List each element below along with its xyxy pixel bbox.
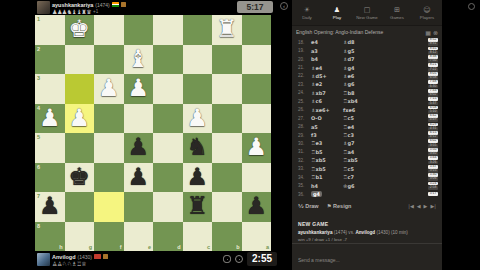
move-row[interactable]: 33.♖xb5♖c55:373:15 bbox=[292, 165, 442, 173]
move-number: 18. bbox=[298, 40, 311, 45]
square-d5[interactable] bbox=[153, 133, 183, 163]
square-e2[interactable]: ♝ bbox=[124, 45, 154, 75]
top-player-bar: ayushkankariya (1474) ♟♟♟♞♝♝♜♛ +1 5:17 bbox=[35, 0, 275, 15]
square-a3[interactable] bbox=[242, 74, 272, 104]
rank-label: 3 bbox=[37, 75, 40, 81]
square-g3[interactable] bbox=[65, 74, 95, 104]
square-b6[interactable] bbox=[212, 163, 242, 193]
country-flag-icon bbox=[94, 254, 101, 259]
move-times: 6:424:49 bbox=[428, 114, 438, 122]
first-move-icon[interactable]: |◀ bbox=[408, 203, 414, 209]
square-f3[interactable]: ♟ bbox=[94, 74, 124, 104]
white-move: b4 bbox=[311, 56, 343, 62]
rank-label: 1 bbox=[37, 16, 40, 22]
black-pawn-a7[interactable]: ♟ bbox=[242, 192, 272, 222]
rank-label: 8 bbox=[37, 223, 40, 229]
opening-name: English Opening: Anglo-Indian Defense bbox=[296, 29, 423, 35]
square-f8[interactable]: f bbox=[94, 222, 124, 252]
half-point-icon: ½ bbox=[298, 203, 304, 209]
file-label: c bbox=[207, 244, 210, 250]
move-row[interactable]: 27.O-O♖c56:424:49 bbox=[292, 114, 442, 122]
white-move: g4 bbox=[311, 191, 343, 197]
white-bishop-e2[interactable]: ♝ bbox=[124, 45, 154, 75]
white-move: e4 bbox=[311, 39, 343, 45]
tab-play[interactable]: ♟ Play bbox=[322, 0, 352, 25]
tab-players[interactable]: ☺ Players bbox=[412, 0, 442, 25]
move-row[interactable]: 30.♖e3♗g76:023:55 bbox=[292, 139, 442, 147]
white-rook-b1[interactable]: ♜ bbox=[212, 15, 242, 45]
square-b3[interactable] bbox=[212, 74, 242, 104]
grid-icon: ⊞ bbox=[394, 6, 400, 14]
black-pawn-h7[interactable]: ♟ bbox=[35, 192, 65, 222]
square-e5[interactable]: ♟ bbox=[124, 133, 154, 163]
black-move: ♗e6 bbox=[343, 73, 379, 79]
square-e3[interactable]: ♟ bbox=[124, 74, 154, 104]
move-number: 24. bbox=[298, 90, 311, 95]
square-a6[interactable] bbox=[242, 163, 272, 193]
sidebar: ☀ Daily ♟ Play □ New Game ⊞ Games ☺ Play… bbox=[292, 0, 442, 270]
bottom-player-bar: Anvilogd (1430) ♙♙♘♘♗♖♕ 2:55 bbox=[35, 252, 275, 267]
white-move: f3 bbox=[311, 132, 343, 138]
chat-row bbox=[292, 243, 442, 266]
square-d2[interactable] bbox=[153, 45, 183, 75]
square-e6[interactable]: ♟ bbox=[124, 163, 154, 193]
resign-button[interactable]: ⚑ Resign bbox=[327, 203, 352, 209]
membership-badge-icon bbox=[121, 2, 126, 7]
next-move-icon[interactable]: ▶ bbox=[424, 203, 428, 209]
sidebar-tabs: ☀ Daily ♟ Play □ New Game ⊞ Games ☺ Play… bbox=[292, 0, 442, 26]
new-game-matchup: ayushkankariya (1474) vs. Anvilogd (1430… bbox=[298, 230, 436, 235]
black-move: ♖b8 bbox=[343, 90, 379, 96]
square-c6[interactable]: ♟ bbox=[183, 163, 213, 193]
square-h2[interactable]: 2 bbox=[35, 45, 65, 75]
square-c4[interactable]: ♟ bbox=[183, 104, 213, 134]
white-king-g1[interactable]: ♚ bbox=[65, 15, 95, 45]
move-times: 5:17 bbox=[428, 192, 438, 196]
square-h7[interactable]: 7♟ bbox=[35, 192, 65, 222]
chat-input[interactable] bbox=[298, 257, 428, 263]
file-label: g bbox=[89, 244, 92, 250]
square-g2[interactable] bbox=[65, 45, 95, 75]
move-list: 18.e4♗d88:528:3119.a3♗g58:458:1220.b4♗d7… bbox=[292, 38, 442, 199]
move-row[interactable]: 36.g45:17 bbox=[292, 190, 442, 198]
move-row[interactable]: 23.♗e2♗g67:486:30 bbox=[292, 80, 442, 88]
white-move: h4 bbox=[311, 183, 343, 189]
rank-label: 6 bbox=[37, 164, 40, 170]
square-c5[interactable]: ♞ bbox=[183, 133, 213, 163]
file-label: b bbox=[236, 244, 239, 250]
square-e4[interactable] bbox=[124, 104, 154, 134]
move-row[interactable]: 19.a3♗g58:458:12 bbox=[292, 46, 442, 54]
square-a1[interactable] bbox=[242, 15, 272, 45]
square-f1[interactable] bbox=[94, 15, 124, 45]
white-pawn-f3[interactable]: ♟ bbox=[94, 74, 124, 104]
sun-icon: ☀ bbox=[304, 6, 310, 14]
square-g8[interactable]: g bbox=[65, 222, 95, 252]
membership-badge-icon bbox=[103, 254, 108, 259]
white-move: ♖xb5 bbox=[311, 166, 343, 172]
file-label: h bbox=[59, 244, 62, 250]
black-clock: 2:55 bbox=[247, 252, 277, 266]
file-label: d bbox=[177, 244, 180, 250]
square-a8[interactable]: a bbox=[242, 222, 272, 252]
move-number: 30. bbox=[298, 141, 311, 146]
rating-odds: win +9 / draw +1 / lose -7 bbox=[298, 237, 436, 242]
game-actions: ½ Draw ⚑ Resign |◀ ◀ ▶ ▶| bbox=[292, 199, 442, 213]
move-row[interactable]: 22.♗d5+♗e68:056:58 bbox=[292, 72, 442, 80]
white-move: ♖b1 bbox=[311, 174, 343, 180]
square-d3[interactable] bbox=[153, 74, 183, 104]
square-e1[interactable] bbox=[124, 15, 154, 45]
square-f6[interactable] bbox=[94, 163, 124, 193]
file-label: e bbox=[148, 244, 151, 250]
square-g6[interactable]: ♚ bbox=[65, 163, 95, 193]
white-pawn-c4[interactable]: ♟ bbox=[183, 104, 213, 134]
tab-games[interactable]: ⊞ Games bbox=[382, 0, 412, 25]
white-move: ♖b5 bbox=[311, 149, 343, 155]
white-clock: 5:17 bbox=[237, 1, 273, 13]
white-move: ♖e3 bbox=[311, 140, 343, 146]
move-row[interactable]: 29.f3♖c36:154:12 bbox=[292, 131, 442, 139]
square-f4[interactable] bbox=[94, 104, 124, 134]
material-score: +1 bbox=[93, 9, 98, 14]
black-move: ♗g5 bbox=[343, 48, 379, 54]
white-move: ♗e2 bbox=[311, 81, 343, 87]
white-move: a3 bbox=[311, 48, 343, 54]
black-move: ♖c3 bbox=[343, 132, 379, 138]
black-move: ♔g6 bbox=[343, 183, 379, 189]
captured-pieces: ♟♟♟♞♝♝♜♛ bbox=[52, 8, 91, 15]
square-e7[interactable] bbox=[124, 192, 154, 222]
focus-mode-icon[interactable] bbox=[235, 255, 243, 263]
white-pawn-e3[interactable]: ♟ bbox=[124, 74, 154, 104]
square-g5[interactable] bbox=[65, 133, 95, 163]
square-d1[interactable] bbox=[153, 15, 183, 45]
last-move-icon[interactable]: ▶| bbox=[430, 203, 436, 209]
file-label: f bbox=[120, 244, 122, 250]
prev-move-icon[interactable]: ◀ bbox=[417, 203, 421, 209]
pawn-icon: ♟ bbox=[334, 6, 340, 14]
square-c2[interactable] bbox=[183, 45, 213, 75]
move-number: 19. bbox=[298, 48, 311, 53]
square-a5[interactable]: ♟ bbox=[242, 133, 272, 163]
square-a4[interactable] bbox=[242, 104, 272, 134]
move-number: 21. bbox=[298, 65, 311, 70]
move-number: 31. bbox=[298, 149, 311, 154]
black-move: ♖a4 bbox=[343, 149, 379, 155]
square-d8[interactable]: d bbox=[153, 222, 183, 252]
black-move: ♗d7 bbox=[343, 56, 379, 62]
move-number: 35. bbox=[298, 183, 311, 188]
move-row[interactable]: 28.a5♖e46:294:31 bbox=[292, 122, 442, 130]
collapse-sidebar-icon[interactable]: ‹ bbox=[280, 2, 288, 10]
square-a2[interactable] bbox=[242, 45, 272, 75]
captured-pieces: ♙♙♘♘♗♖♕ bbox=[52, 260, 86, 267]
white-pawn-g4[interactable]: ♟ bbox=[65, 104, 95, 134]
square-c3[interactable] bbox=[183, 74, 213, 104]
square-d6[interactable] bbox=[153, 163, 183, 193]
draw-button[interactable]: ½ Draw bbox=[298, 203, 319, 209]
black-knight-c5[interactable]: ♞ bbox=[183, 133, 213, 163]
white-move: ♗c6 bbox=[311, 98, 343, 104]
move-number: 25. bbox=[298, 99, 311, 104]
black-pawn-e5[interactable]: ♟ bbox=[124, 133, 154, 163]
chat-bubble-icon[interactable] bbox=[223, 255, 231, 263]
avatar[interactable] bbox=[37, 1, 50, 14]
black-move: ♖c5 bbox=[343, 166, 379, 172]
square-b4[interactable] bbox=[212, 104, 242, 134]
move-number: 23. bbox=[298, 82, 311, 87]
move-number: 20. bbox=[298, 57, 311, 62]
square-b7[interactable] bbox=[212, 192, 242, 222]
white-move: ♗xe6+ bbox=[311, 107, 343, 113]
black-move: ♗g6 bbox=[343, 81, 379, 87]
move-row[interactable]: 32.♖xb5♖xb55:443:26 bbox=[292, 156, 442, 164]
close-icon[interactable]: ⊗ bbox=[433, 29, 438, 36]
flag-icon: ⚑ bbox=[327, 203, 332, 209]
white-move: a5 bbox=[311, 124, 343, 130]
black-rook-c7[interactable]: ♜ bbox=[183, 192, 213, 222]
square-h5[interactable]: 5 bbox=[35, 133, 65, 163]
move-number: 32. bbox=[298, 158, 311, 163]
black-move: ♖xb4 bbox=[343, 98, 379, 104]
board-icon: □ bbox=[364, 6, 371, 14]
black-move: ♖xb5 bbox=[343, 157, 379, 163]
white-move: ♗xb7 bbox=[311, 90, 343, 96]
square-h6[interactable]: 6 bbox=[35, 163, 65, 193]
move-navigation: |◀ ◀ ▶ ▶| bbox=[408, 203, 436, 209]
move-number: 29. bbox=[298, 133, 311, 138]
move-row[interactable]: 21.♗e4♗g48:217:22 bbox=[292, 63, 442, 71]
square-g1[interactable]: ♚ bbox=[65, 15, 95, 45]
black-move: ♗g7 bbox=[343, 140, 379, 146]
white-time: 5:17 bbox=[428, 192, 438, 196]
book-icon[interactable]: ▦ bbox=[425, 29, 431, 36]
country-flag-icon bbox=[112, 2, 119, 7]
square-e8[interactable]: e bbox=[124, 222, 154, 252]
square-f2[interactable] bbox=[94, 45, 124, 75]
black-king-g6[interactable]: ♚ bbox=[65, 163, 95, 193]
tab-new-game[interactable]: □ New Game bbox=[352, 0, 382, 25]
rank-label: 5 bbox=[37, 134, 40, 140]
square-h4[interactable]: 4♟ bbox=[35, 104, 65, 134]
white-move: O-O bbox=[311, 115, 343, 121]
square-f7[interactable] bbox=[94, 192, 124, 222]
black-move: ♖c7 bbox=[343, 174, 379, 180]
move-row[interactable]: 35.h4♔g65:242:58 bbox=[292, 181, 442, 189]
avatar[interactable] bbox=[37, 253, 50, 266]
settings-icon[interactable] bbox=[468, 3, 475, 10]
square-g7[interactable] bbox=[65, 192, 95, 222]
white-move: ♖xb5 bbox=[311, 157, 343, 163]
white-move: ♗e4 bbox=[311, 65, 343, 71]
player-name[interactable]: ayushkankariya bbox=[52, 2, 93, 8]
square-g4[interactable]: ♟ bbox=[65, 104, 95, 134]
square-b2[interactable] bbox=[212, 45, 242, 75]
move-number: 28. bbox=[298, 124, 311, 129]
move-number: 27. bbox=[298, 116, 311, 121]
square-d7[interactable] bbox=[153, 192, 183, 222]
square-c1[interactable] bbox=[183, 15, 213, 45]
move-row[interactable]: 25.♗c6♖xb47:155:37 bbox=[292, 97, 442, 105]
player-rating: (1430) bbox=[78, 254, 92, 260]
file-label: a bbox=[266, 244, 269, 250]
move-row[interactable]: 31.♖b5♖a45:503:40 bbox=[292, 148, 442, 156]
black-pawn-e6[interactable]: ♟ bbox=[124, 163, 154, 193]
new-game-panel: NEW GAME ayushkankariya (1474) vs. Anvil… bbox=[292, 217, 442, 246]
move-times: 5:242:58 bbox=[428, 182, 438, 190]
chess-board[interactable]: 1♚♜2♝3♟♟4♟♟♟5♟♞♟6♚♟♟7♟♜♟8hgfedcba bbox=[35, 15, 271, 251]
square-h3[interactable]: 3 bbox=[35, 74, 65, 104]
square-d4[interactable] bbox=[153, 104, 183, 134]
square-c7[interactable]: ♜ bbox=[183, 192, 213, 222]
player-name[interactable]: Anvilogd bbox=[52, 254, 76, 260]
black-time: 2:58 bbox=[428, 186, 438, 190]
rank-label: 2 bbox=[37, 46, 40, 52]
black-move: fxe6 bbox=[343, 107, 379, 113]
square-c8[interactable]: c bbox=[183, 222, 213, 252]
white-move: ♗d5+ bbox=[311, 73, 343, 79]
move-number: 22. bbox=[298, 73, 311, 78]
move-number: 34. bbox=[298, 175, 311, 180]
move-row[interactable]: 34.♖b1♖c75:303:06 bbox=[292, 173, 442, 181]
square-a7[interactable]: ♟ bbox=[242, 192, 272, 222]
move-row[interactable]: 20.b4♗d78:387:50 bbox=[292, 55, 442, 63]
square-f5[interactable] bbox=[94, 133, 124, 163]
move-number: 33. bbox=[298, 166, 311, 171]
square-h8[interactable]: 8h bbox=[35, 222, 65, 252]
black-move: ♗g4 bbox=[343, 65, 379, 71]
white-pawn-a5[interactable]: ♟ bbox=[242, 133, 272, 163]
move-number: 36. bbox=[298, 192, 311, 197]
move-row[interactable]: 24.♗xb7♖b87:336:02 bbox=[292, 89, 442, 97]
black-move: ♗d8 bbox=[343, 39, 379, 45]
black-move: ♖c5 bbox=[343, 115, 379, 121]
move-row[interactable]: 18.e4♗d88:528:31 bbox=[292, 38, 442, 46]
tab-daily[interactable]: ☀ Daily bbox=[292, 0, 322, 25]
new-game-title: NEW GAME bbox=[298, 221, 436, 227]
black-pawn-c6[interactable]: ♟ bbox=[183, 163, 213, 193]
move-number: 26. bbox=[298, 107, 311, 112]
move-row[interactable]: 26.♗xe6+fxe66:585:10 bbox=[292, 106, 442, 114]
square-b1[interactable]: ♜ bbox=[212, 15, 242, 45]
player-rating: (1474) bbox=[95, 2, 109, 8]
black-move: ♖e4 bbox=[343, 124, 379, 130]
square-b8[interactable]: b bbox=[212, 222, 242, 252]
square-h1[interactable]: 1 bbox=[35, 15, 65, 45]
opening-row: English Opening: Anglo-Indian Defense ▦ … bbox=[292, 26, 442, 38]
square-b5[interactable] bbox=[212, 133, 242, 163]
white-pawn-h4[interactable]: ♟ bbox=[35, 104, 65, 134]
people-icon: ☺ bbox=[423, 6, 430, 14]
